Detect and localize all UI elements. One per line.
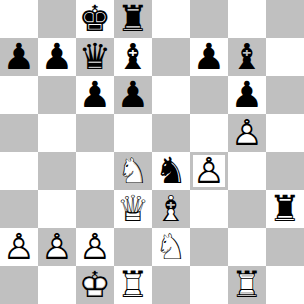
square-d1[interactable]: ♜♖: [114, 266, 152, 304]
square-h3[interactable]: ♜: [266, 190, 304, 228]
square-b3[interactable]: [38, 190, 76, 228]
black-pawn-glyph: ♟: [228, 76, 266, 114]
black-bishop-glyph: ♝: [228, 38, 266, 76]
square-c4[interactable]: [76, 152, 114, 190]
black-rook-glyph: ♜: [266, 190, 304, 228]
square-e7[interactable]: [152, 38, 190, 76]
white-king-outline: ♔: [76, 266, 114, 304]
white-pawn[interactable]: ♟♙: [190, 152, 228, 190]
black-pawn-glyph: ♟: [76, 76, 114, 114]
white-pawn[interactable]: ♟♙: [38, 228, 76, 266]
chess-board: ♚♜♟♟♛♝♟♝♟♟♟♟♙♞♘♞♟♙♛♕♝♗♜♟♙♟♙♟♙♞♘♚♔♜♖♜♖: [0, 0, 304, 304]
square-c6[interactable]: ♟: [76, 76, 114, 114]
square-d4[interactable]: ♞♘: [114, 152, 152, 190]
square-g5[interactable]: ♟♙: [228, 114, 266, 152]
square-f8[interactable]: [190, 0, 228, 38]
square-f4[interactable]: ♟♙: [190, 152, 228, 190]
square-c8[interactable]: ♚: [76, 0, 114, 38]
white-pawn-outline: ♙: [0, 228, 38, 266]
square-g3[interactable]: [228, 190, 266, 228]
square-h7[interactable]: [266, 38, 304, 76]
square-d8[interactable]: ♜: [114, 0, 152, 38]
square-f7[interactable]: ♟: [190, 38, 228, 76]
square-h8[interactable]: [266, 0, 304, 38]
white-pawn[interactable]: ♟♙: [228, 114, 266, 152]
square-a6[interactable]: [0, 76, 38, 114]
black-pawn-glyph: ♟: [190, 38, 228, 76]
square-d3[interactable]: ♛♕: [114, 190, 152, 228]
square-d6[interactable]: ♟: [114, 76, 152, 114]
square-e5[interactable]: [152, 114, 190, 152]
black-bishop[interactable]: ♝: [228, 38, 266, 76]
white-knight[interactable]: ♞♘: [152, 228, 190, 266]
white-bishop[interactable]: ♝♗: [152, 190, 190, 228]
square-b4[interactable]: [38, 152, 76, 190]
black-knight-glyph: ♞: [152, 152, 190, 190]
square-f5[interactable]: [190, 114, 228, 152]
square-g8[interactable]: [228, 0, 266, 38]
square-h1[interactable]: [266, 266, 304, 304]
black-king[interactable]: ♚: [76, 0, 114, 38]
square-d5[interactable]: [114, 114, 152, 152]
square-e4[interactable]: ♞: [152, 152, 190, 190]
square-e2[interactable]: ♞♘: [152, 228, 190, 266]
square-e6[interactable]: [152, 76, 190, 114]
white-king[interactable]: ♚♔: [76, 266, 114, 304]
white-pawn[interactable]: ♟♙: [0, 228, 38, 266]
black-pawn[interactable]: ♟: [190, 38, 228, 76]
black-pawn[interactable]: ♟: [38, 38, 76, 76]
white-bishop-outline: ♗: [152, 190, 190, 228]
black-rook-glyph: ♜: [114, 0, 152, 38]
square-b5[interactable]: [38, 114, 76, 152]
square-e8[interactable]: [152, 0, 190, 38]
square-c2[interactable]: ♟♙: [76, 228, 114, 266]
white-knight[interactable]: ♞♘: [114, 152, 152, 190]
square-g2[interactable]: [228, 228, 266, 266]
square-f3[interactable]: [190, 190, 228, 228]
square-b8[interactable]: [38, 0, 76, 38]
black-pawn-glyph: ♟: [38, 38, 76, 76]
square-a2[interactable]: ♟♙: [0, 228, 38, 266]
black-knight[interactable]: ♞: [152, 152, 190, 190]
square-d7[interactable]: ♝: [114, 38, 152, 76]
white-knight-outline: ♘: [152, 228, 190, 266]
white-knight-outline: ♘: [114, 152, 152, 190]
black-bishop[interactable]: ♝: [114, 38, 152, 76]
square-a5[interactable]: [0, 114, 38, 152]
black-pawn[interactable]: ♟: [228, 76, 266, 114]
black-pawn[interactable]: ♟: [114, 76, 152, 114]
white-queen-outline: ♕: [114, 190, 152, 228]
square-g7[interactable]: ♝: [228, 38, 266, 76]
square-d2[interactable]: [114, 228, 152, 266]
square-f2[interactable]: [190, 228, 228, 266]
black-bishop-glyph: ♝: [114, 38, 152, 76]
black-pawn-glyph: ♟: [114, 76, 152, 114]
white-pawn[interactable]: ♟♙: [76, 228, 114, 266]
square-f1[interactable]: [190, 266, 228, 304]
square-a3[interactable]: [0, 190, 38, 228]
square-f6[interactable]: [190, 76, 228, 114]
square-a8[interactable]: [0, 0, 38, 38]
square-b2[interactable]: ♟♙: [38, 228, 76, 266]
white-pawn-outline: ♙: [38, 228, 76, 266]
white-rook-outline: ♖: [228, 266, 266, 304]
white-rook[interactable]: ♜♖: [114, 266, 152, 304]
square-a1[interactable]: [0, 266, 38, 304]
square-g6[interactable]: ♟: [228, 76, 266, 114]
square-c3[interactable]: [76, 190, 114, 228]
square-e1[interactable]: [152, 266, 190, 304]
square-b1[interactable]: [38, 266, 76, 304]
black-queen[interactable]: ♛: [76, 38, 114, 76]
white-pawn-outline: ♙: [228, 114, 266, 152]
black-king-glyph: ♚: [76, 0, 114, 38]
square-h4[interactable]: [266, 152, 304, 190]
square-g1[interactable]: ♜♖: [228, 266, 266, 304]
white-rook[interactable]: ♜♖: [228, 266, 266, 304]
white-rook-outline: ♖: [114, 266, 152, 304]
square-h2[interactable]: [266, 228, 304, 266]
square-c7[interactable]: ♛: [76, 38, 114, 76]
square-e3[interactable]: ♝♗: [152, 190, 190, 228]
white-pawn-outline: ♙: [190, 152, 228, 190]
white-queen[interactable]: ♛♕: [114, 190, 152, 228]
black-queen-glyph: ♛: [76, 38, 114, 76]
white-pawn-outline: ♙: [76, 228, 114, 266]
square-c1[interactable]: ♚♔: [76, 266, 114, 304]
square-h5[interactable]: [266, 114, 304, 152]
square-h6[interactable]: [266, 76, 304, 114]
black-pawn-glyph: ♟: [0, 38, 38, 76]
square-c5[interactable]: [76, 114, 114, 152]
square-g4[interactable]: [228, 152, 266, 190]
square-b7[interactable]: ♟: [38, 38, 76, 76]
square-a4[interactable]: [0, 152, 38, 190]
square-a7[interactable]: ♟: [0, 38, 38, 76]
black-pawn[interactable]: ♟: [76, 76, 114, 114]
black-rook[interactable]: ♜: [114, 0, 152, 38]
black-pawn[interactable]: ♟: [0, 38, 38, 76]
square-b6[interactable]: [38, 76, 76, 114]
black-rook[interactable]: ♜: [266, 190, 304, 228]
